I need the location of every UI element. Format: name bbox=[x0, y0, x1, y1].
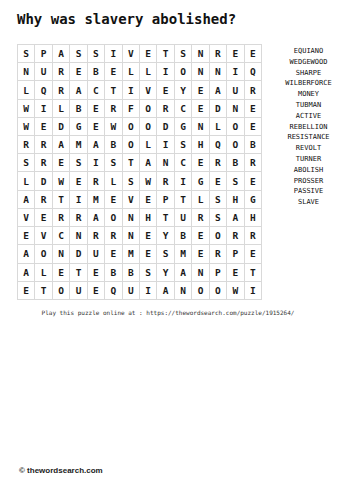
grid-cell: E bbox=[88, 264, 105, 282]
grid-cell: O bbox=[105, 209, 122, 227]
grid-cell: E bbox=[245, 118, 262, 136]
grid-cell: E bbox=[227, 45, 244, 63]
grid-cell: D bbox=[35, 172, 52, 190]
grid-cell: R bbox=[35, 136, 52, 154]
word-list-item: REVOLT bbox=[264, 143, 353, 154]
grid-cell: R bbox=[245, 227, 262, 245]
grid-cell: I bbox=[175, 172, 192, 190]
grid-cell: E bbox=[105, 245, 122, 263]
grid-cell: E bbox=[18, 282, 35, 300]
grid-cell: A bbox=[53, 136, 70, 154]
grid-cell: P bbox=[35, 45, 52, 63]
grid-cell: G bbox=[175, 118, 192, 136]
grid-cell: E bbox=[192, 100, 209, 118]
grid-cell: D bbox=[70, 245, 87, 263]
grid-cell: B bbox=[175, 227, 192, 245]
grid-cell: V bbox=[18, 209, 35, 227]
grid-cell: N bbox=[53, 245, 70, 263]
grid-cell: P bbox=[157, 191, 174, 209]
page-title: Why was slavery abolished? bbox=[17, 11, 236, 27]
grid-cell: W bbox=[227, 282, 244, 300]
grid-cell: U bbox=[70, 282, 87, 300]
grid-cell: S bbox=[18, 154, 35, 172]
grid-cell: T bbox=[35, 282, 52, 300]
grid-cell: O bbox=[35, 245, 52, 263]
word-list-item: SLAVE bbox=[264, 197, 353, 208]
grid-cell: S bbox=[175, 136, 192, 154]
word-list-item: TUBMAN bbox=[264, 100, 353, 111]
grid-cell: H bbox=[192, 136, 209, 154]
grid-cell: Y bbox=[175, 81, 192, 99]
grid-cell: R bbox=[105, 100, 122, 118]
grid-cell: Q bbox=[210, 136, 227, 154]
grid-cell: R bbox=[192, 209, 209, 227]
grid-cell: E bbox=[210, 172, 227, 190]
grid-cell: N bbox=[175, 282, 192, 300]
grid-cell: Q bbox=[35, 81, 52, 99]
grid-cell: A bbox=[18, 191, 35, 209]
grid-cell: S bbox=[210, 209, 227, 227]
grid-cell: F bbox=[123, 100, 140, 118]
grid-cell: R bbox=[245, 154, 262, 172]
grid-cell: B bbox=[70, 100, 87, 118]
grid-cell: S bbox=[70, 45, 87, 63]
grid-cell: L bbox=[18, 172, 35, 190]
grid-cell: I bbox=[123, 81, 140, 99]
grid-cell: N bbox=[70, 227, 87, 245]
word-list-item: ABOLISH bbox=[264, 165, 353, 176]
grid-cell: R bbox=[210, 45, 227, 63]
grid-cell: R bbox=[245, 81, 262, 99]
grid-cell: N bbox=[192, 118, 209, 136]
grid-cell: Q bbox=[245, 63, 262, 81]
grid-cell: L bbox=[210, 118, 227, 136]
grid-cell: R bbox=[53, 81, 70, 99]
grid-cell: I bbox=[88, 154, 105, 172]
grid-cell: A bbox=[18, 264, 35, 282]
grid-cell: N bbox=[227, 100, 244, 118]
word-search-page: Why was slavery abolished? SPASSIVETSNRE… bbox=[0, 0, 353, 500]
grid-cell: B bbox=[88, 63, 105, 81]
grid-cell: O bbox=[123, 118, 140, 136]
grid-cell: R bbox=[157, 100, 174, 118]
grid-cell: U bbox=[227, 81, 244, 99]
grid-cell: E bbox=[105, 191, 122, 209]
grid-cell: A bbox=[140, 154, 157, 172]
word-search-grid: SPASSIVETSNREENUREBELLIONNIQLQRACTIVEYEA… bbox=[17, 44, 262, 300]
grid-cell: P bbox=[210, 264, 227, 282]
grid-cell: T bbox=[53, 191, 70, 209]
grid-cell: E bbox=[192, 227, 209, 245]
grid-cell: I bbox=[157, 136, 174, 154]
grid-cell: N bbox=[18, 63, 35, 81]
grid-cell: E bbox=[140, 245, 157, 263]
grid-cell: N bbox=[123, 209, 140, 227]
grid-cell: L bbox=[140, 63, 157, 81]
grid-cell: U bbox=[88, 245, 105, 263]
grid-cell: E bbox=[192, 81, 209, 99]
grid-cell: L bbox=[18, 81, 35, 99]
grid-cell: L bbox=[35, 264, 52, 282]
grid-cell: T bbox=[105, 81, 122, 99]
grid-cell: Y bbox=[157, 227, 174, 245]
grid-cell: A bbox=[53, 45, 70, 63]
grid-cell: O bbox=[210, 282, 227, 300]
grid-cell: I bbox=[245, 282, 262, 300]
word-list-item: PASSIVE bbox=[264, 186, 353, 197]
grid-cell: R bbox=[210, 154, 227, 172]
grid-cell: R bbox=[53, 209, 70, 227]
grid-cell: H bbox=[245, 209, 262, 227]
grid-cell: C bbox=[53, 227, 70, 245]
grid-cell: A bbox=[157, 282, 174, 300]
grid-cell: R bbox=[88, 227, 105, 245]
grid-cell: E bbox=[245, 45, 262, 63]
grid-cell: B bbox=[105, 264, 122, 282]
grid-cell: O bbox=[227, 136, 244, 154]
grid-cell: M bbox=[123, 245, 140, 263]
grid-cell: B bbox=[123, 264, 140, 282]
word-list-item: PROSSER bbox=[264, 176, 353, 187]
grid-cell: T bbox=[157, 45, 174, 63]
grid-cell: D bbox=[53, 118, 70, 136]
grid-cell: E bbox=[140, 227, 157, 245]
grid-cell: Y bbox=[157, 264, 174, 282]
grid-cell: S bbox=[140, 264, 157, 282]
grid-cell: A bbox=[88, 136, 105, 154]
grid-cell: M bbox=[175, 245, 192, 263]
grid-cell: E bbox=[192, 154, 209, 172]
grid-cell: U bbox=[175, 209, 192, 227]
word-list-item: EQUIANO bbox=[264, 46, 353, 57]
grid-cell: A bbox=[18, 245, 35, 263]
grid-cell: L bbox=[140, 136, 157, 154]
grid-cell: D bbox=[210, 100, 227, 118]
word-list-item: MONEY bbox=[264, 89, 353, 100]
word-list-item: TURNER bbox=[264, 154, 353, 165]
grid-cell: R bbox=[105, 227, 122, 245]
grid-cell: T bbox=[70, 264, 87, 282]
grid-cell: G bbox=[192, 172, 209, 190]
grid-cell: R bbox=[35, 191, 52, 209]
word-list: EQUIANOWEDGEWOODSHARPEWILBERFORCEMONEYTU… bbox=[264, 46, 353, 208]
grid-cell: T bbox=[245, 264, 262, 282]
grid-cell: R bbox=[227, 227, 244, 245]
grid-cell: V bbox=[123, 191, 140, 209]
grid-cell: E bbox=[70, 172, 87, 190]
grid-cell: S bbox=[157, 245, 174, 263]
grid-cell: R bbox=[53, 63, 70, 81]
grid-cell: U bbox=[35, 63, 52, 81]
grid-cell: I bbox=[157, 63, 174, 81]
grid-cell: E bbox=[88, 100, 105, 118]
word-list-item: ACTIVE bbox=[264, 111, 353, 122]
grid-cell: P bbox=[227, 245, 244, 263]
grid-cell: V bbox=[123, 45, 140, 63]
grid-cell: E bbox=[192, 245, 209, 263]
word-list-item: RESISTANCE bbox=[264, 132, 353, 143]
grid-cell: T bbox=[157, 209, 174, 227]
grid-cell: T bbox=[175, 191, 192, 209]
copyright: © thewordsearch.com bbox=[19, 466, 103, 475]
grid-cell: U bbox=[123, 282, 140, 300]
grid-cell: E bbox=[53, 154, 70, 172]
grid-cell: R bbox=[88, 172, 105, 190]
grid-cell: O bbox=[53, 282, 70, 300]
grid-cell: G bbox=[70, 118, 87, 136]
grid-cell: I bbox=[105, 45, 122, 63]
grid-cell: E bbox=[227, 264, 244, 282]
grid-cell: N bbox=[157, 154, 174, 172]
word-list-item: WEDGEWOOD bbox=[264, 57, 353, 68]
word-list-item: REBELLION bbox=[264, 122, 353, 133]
grid-cell: B bbox=[245, 136, 262, 154]
grid-cell: I bbox=[35, 100, 52, 118]
grid-cell: E bbox=[245, 172, 262, 190]
grid-cell: T bbox=[123, 154, 140, 172]
grid-cell: N bbox=[192, 45, 209, 63]
grid-cell: M bbox=[88, 191, 105, 209]
grid-cell: O bbox=[140, 118, 157, 136]
grid-cell: O bbox=[210, 227, 227, 245]
grid-cell: L bbox=[105, 172, 122, 190]
grid-cell: E bbox=[35, 209, 52, 227]
grid-cell: R bbox=[35, 154, 52, 172]
grid-cell: E bbox=[88, 282, 105, 300]
grid-cell: B bbox=[227, 154, 244, 172]
grid-cell: N bbox=[210, 63, 227, 81]
grid-cell: S bbox=[105, 154, 122, 172]
grid-cell: B bbox=[105, 136, 122, 154]
grid-cell: S bbox=[88, 45, 105, 63]
grid-cell: M bbox=[70, 136, 87, 154]
grid-cell: E bbox=[245, 100, 262, 118]
grid-cell: N bbox=[192, 264, 209, 282]
grid-cell: D bbox=[157, 118, 174, 136]
play-online-note: Play this puzzle online at : https://the… bbox=[0, 309, 336, 316]
grid-cell: W bbox=[18, 118, 35, 136]
grid-cell: A bbox=[210, 81, 227, 99]
grid-cell: C bbox=[88, 81, 105, 99]
grid-cell: H bbox=[227, 191, 244, 209]
grid-cell: E bbox=[53, 264, 70, 282]
grid-cell: R bbox=[210, 245, 227, 263]
grid-cell: R bbox=[157, 172, 174, 190]
grid-cell: W bbox=[140, 172, 157, 190]
grid-cell: E bbox=[18, 227, 35, 245]
grid-cell: E bbox=[140, 191, 157, 209]
grid-cell: S bbox=[210, 191, 227, 209]
grid-cell: S bbox=[175, 45, 192, 63]
grid-cell: E bbox=[157, 81, 174, 99]
grid-cell: G bbox=[245, 191, 262, 209]
grid-cell: C bbox=[175, 100, 192, 118]
grid-cell: E bbox=[35, 118, 52, 136]
grid-cell: R bbox=[70, 209, 87, 227]
grid-cell: O bbox=[192, 282, 209, 300]
grid-cell: L bbox=[123, 63, 140, 81]
grid-cell: E bbox=[140, 45, 157, 63]
grid-cell: I bbox=[140, 282, 157, 300]
grid-cell: W bbox=[18, 100, 35, 118]
grid-cell: O bbox=[227, 118, 244, 136]
grid-cell: A bbox=[70, 81, 87, 99]
grid-cell: V bbox=[140, 81, 157, 99]
grid-cell: H bbox=[140, 209, 157, 227]
grid-cell: R bbox=[18, 136, 35, 154]
grid-cell: W bbox=[105, 118, 122, 136]
grid-cell: L bbox=[192, 191, 209, 209]
grid-cell: L bbox=[53, 100, 70, 118]
grid-cell: A bbox=[175, 264, 192, 282]
grid-cell: W bbox=[53, 172, 70, 190]
grid-cell: I bbox=[70, 191, 87, 209]
grid-cell: S bbox=[18, 45, 35, 63]
grid-cell: A bbox=[88, 209, 105, 227]
grid-cell: O bbox=[123, 136, 140, 154]
grid-cell: Q bbox=[105, 282, 122, 300]
grid-cell: S bbox=[227, 172, 244, 190]
grid-cell: C bbox=[175, 154, 192, 172]
word-list-item: SHARPE bbox=[264, 68, 353, 79]
grid-cell: N bbox=[192, 63, 209, 81]
grid-cell: V bbox=[35, 227, 52, 245]
grid-cell: O bbox=[175, 63, 192, 81]
grid-cell: E bbox=[70, 63, 87, 81]
grid-cell: A bbox=[227, 209, 244, 227]
grid-cell: O bbox=[140, 100, 157, 118]
word-list-item: WILBERFORCE bbox=[264, 78, 353, 89]
grid-cell: S bbox=[123, 172, 140, 190]
grid-cell: E bbox=[88, 118, 105, 136]
grid-cell: E bbox=[105, 63, 122, 81]
grid-cell: E bbox=[245, 245, 262, 263]
grid-cell: S bbox=[70, 154, 87, 172]
grid-cell: I bbox=[227, 63, 244, 81]
grid-cell: N bbox=[123, 227, 140, 245]
